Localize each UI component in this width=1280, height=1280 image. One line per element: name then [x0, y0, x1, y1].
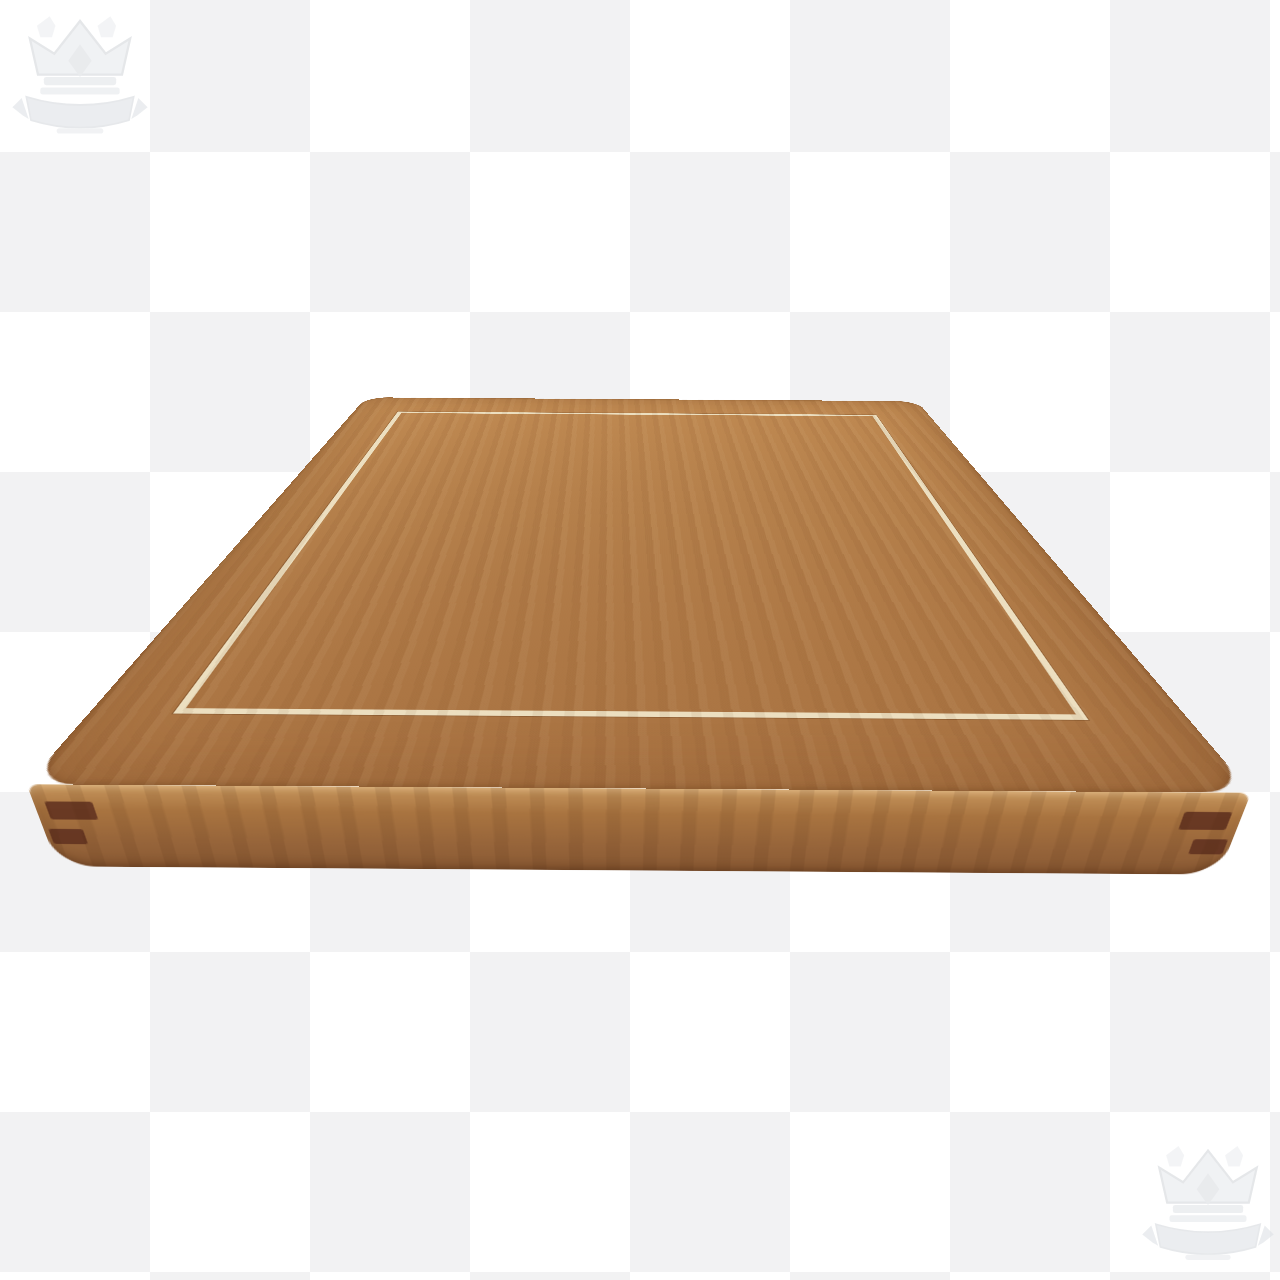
board-scene — [0, 0, 1280, 1280]
product-photo-stage — [0, 0, 1280, 1280]
finger-joint-inlay — [1188, 839, 1228, 854]
finger-joint-inlay — [1178, 812, 1232, 830]
finger-joint-inlay — [48, 829, 88, 844]
playing-area — [173, 411, 1088, 719]
board-front-side — [27, 784, 1252, 874]
board-top-surface — [27, 397, 1252, 792]
finger-joint-inlay — [44, 801, 98, 819]
